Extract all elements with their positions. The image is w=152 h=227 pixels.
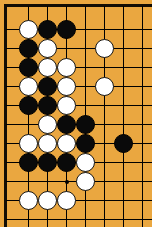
black-stone[interactable]: ● — [38, 153, 57, 172]
black-stone-glyph: ● — [23, 42, 34, 55]
black-stone[interactable]: ● — [38, 20, 57, 39]
white-stone[interactable]: ● — [38, 134, 57, 153]
grid-line-horizontal — [6, 219, 152, 220]
white-stone[interactable]: ● — [95, 39, 114, 58]
black-stone-glyph: ● — [42, 156, 53, 169]
white-stone[interactable]: ● — [38, 115, 57, 134]
white-stone-glyph: ● — [99, 42, 110, 55]
black-stone[interactable]: ● — [19, 58, 38, 77]
black-stone-glyph: ● — [42, 23, 53, 36]
black-stone[interactable]: ● — [76, 115, 95, 134]
board-edge-left — [4, 4, 7, 227]
black-stone[interactable]: ● — [57, 115, 76, 134]
go-board[interactable]: ●●●●●●●●●●●●●●●●●●●●●●●●●●●●●●●● — [0, 0, 152, 227]
black-stone-glyph: ● — [42, 99, 53, 112]
white-stone[interactable]: ● — [95, 77, 114, 96]
black-stone-glyph: ● — [61, 156, 72, 169]
white-stone-glyph: ● — [61, 80, 72, 93]
black-stone-glyph: ● — [61, 118, 72, 131]
black-stone-glyph: ● — [61, 23, 72, 36]
white-stone-glyph: ● — [42, 118, 53, 131]
white-stone[interactable]: ● — [38, 58, 57, 77]
white-stone[interactable]: ● — [57, 191, 76, 210]
white-stone-glyph: ● — [42, 137, 53, 150]
white-stone-glyph: ● — [23, 23, 34, 36]
white-stone-glyph: ● — [42, 42, 53, 55]
white-stone-glyph: ● — [99, 80, 110, 93]
black-stone[interactable]: ● — [57, 153, 76, 172]
black-stone[interactable]: ● — [19, 153, 38, 172]
white-stone-glyph: ● — [23, 194, 34, 207]
black-stone[interactable]: ● — [114, 134, 133, 153]
black-stone-glyph: ● — [42, 80, 53, 93]
black-stone-glyph: ● — [80, 137, 91, 150]
black-stone-glyph: ● — [23, 61, 34, 74]
white-stone-glyph: ● — [23, 137, 34, 150]
white-stone-glyph: ● — [61, 194, 72, 207]
white-stone[interactable]: ● — [76, 153, 95, 172]
white-stone-glyph: ● — [61, 61, 72, 74]
black-stone[interactable]: ● — [76, 134, 95, 153]
white-stone-glyph: ● — [80, 175, 91, 188]
grid-line-vertical — [123, 6, 124, 227]
black-stone[interactable]: ● — [38, 96, 57, 115]
grid-line-vertical — [142, 6, 143, 227]
white-stone[interactable]: ● — [38, 39, 57, 58]
white-stone-glyph: ● — [42, 194, 53, 207]
white-stone-glyph: ● — [61, 137, 72, 150]
white-stone[interactable]: ● — [19, 77, 38, 96]
white-stone[interactable]: ● — [19, 134, 38, 153]
white-stone[interactable]: ● — [38, 191, 57, 210]
white-stone[interactable]: ● — [57, 58, 76, 77]
white-stone-glyph: ● — [42, 61, 53, 74]
white-stone-glyph: ● — [23, 80, 34, 93]
white-stone[interactable]: ● — [19, 20, 38, 39]
white-stone[interactable]: ● — [76, 172, 95, 191]
white-stone[interactable]: ● — [19, 191, 38, 210]
white-stone-glyph: ● — [61, 99, 72, 112]
star-point — [65, 180, 69, 184]
white-stone[interactable]: ● — [57, 134, 76, 153]
black-stone[interactable]: ● — [19, 39, 38, 58]
black-stone-glyph: ● — [118, 137, 129, 150]
white-stone[interactable]: ● — [57, 77, 76, 96]
black-stone[interactable]: ● — [57, 20, 76, 39]
white-stone[interactable]: ● — [57, 96, 76, 115]
black-stone[interactable]: ● — [19, 96, 38, 115]
board-edge-top — [4, 4, 152, 7]
black-stone-glyph: ● — [80, 118, 91, 131]
black-stone[interactable]: ● — [38, 77, 57, 96]
black-stone-glyph: ● — [23, 99, 34, 112]
white-stone-glyph: ● — [80, 156, 91, 169]
black-stone-glyph: ● — [23, 156, 34, 169]
